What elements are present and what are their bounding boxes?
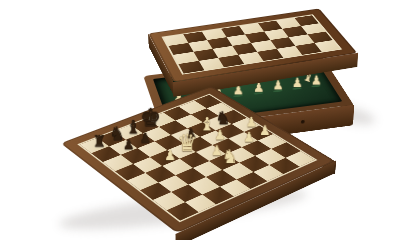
square-f1 bbox=[253, 165, 283, 182]
piece-light-pawn: ♟ bbox=[243, 130, 255, 144]
piece-light-pawn: ♟ bbox=[246, 115, 257, 128]
piece-light-queen: ♛ bbox=[177, 131, 197, 155]
piece-dark-king: ♚ bbox=[140, 105, 161, 130]
piece-light-bishop: ♝ bbox=[199, 115, 214, 133]
main-board-scene: ♜♞♝♚♟♟♟♝♞♟♛♟♟♟♟♟♞ bbox=[91, 47, 301, 240]
piece-light-knight: ♞ bbox=[222, 147, 238, 166]
travel-chess-set-photo: ♟♟♟♟♟♟♟♟ ♟♟♟♟♟♟♟♟ ♝ ♜♞♝♚♟♟♟♝♞♟♛♟♟♟♟♟♞ bbox=[0, 0, 400, 240]
square-c5: ♟ bbox=[150, 150, 180, 166]
piece-light-pawn: ♟ bbox=[259, 123, 270, 136]
piece-light-pawn: ♟ bbox=[164, 148, 176, 162]
piece-dark-pawn: ♟ bbox=[140, 131, 152, 145]
piece-light-pawn: ♟ bbox=[211, 143, 223, 157]
piece-dark-knight: ♞ bbox=[215, 109, 230, 127]
chess-board: ♜♞♝♚♟♟♟♝♞♟♛♟♟♟♟♟♞ bbox=[77, 94, 317, 222]
chess-board-frame: ♜♞♝♚♟♟♟♝♞♟♛♟♟♟♟♟♞ bbox=[61, 86, 335, 233]
piece-dark-pawn: ♟ bbox=[123, 137, 135, 151]
piece-dark-rook: ♜ bbox=[93, 134, 106, 150]
piece-light-pawn: ♟ bbox=[214, 128, 226, 142]
lid-square bbox=[314, 40, 340, 52]
square-a8: ♜ bbox=[80, 138, 109, 153]
clasp-hole-icon bbox=[301, 120, 305, 124]
